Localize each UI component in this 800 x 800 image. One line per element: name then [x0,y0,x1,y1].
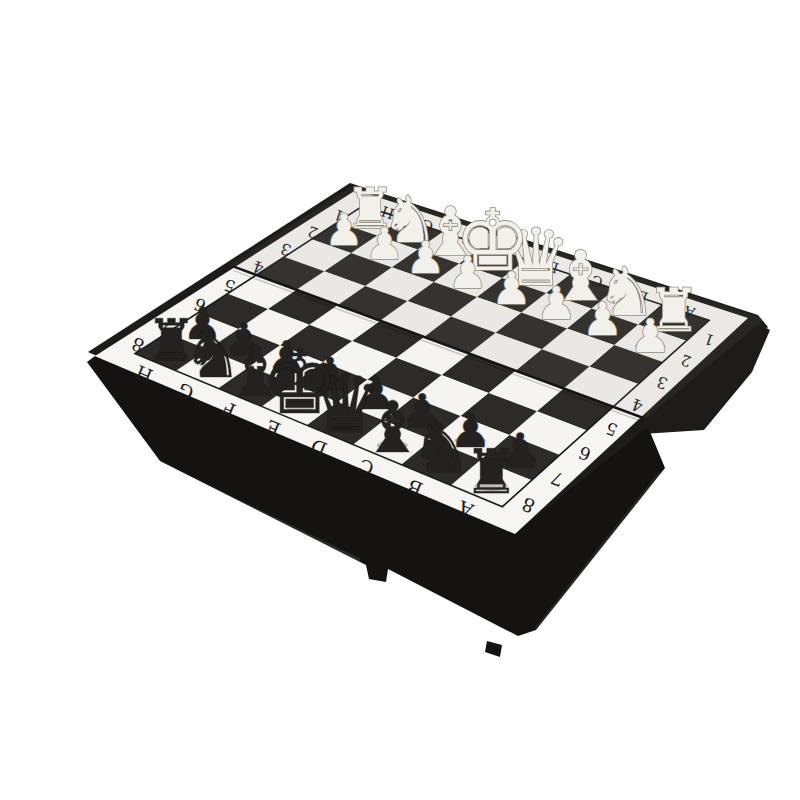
piece-white-pawn-b2: ♟ [582,292,623,346]
piece-black-rook-a8: ♜ [464,436,519,508]
piece-white-pawn-h2: ♟ [325,205,364,255]
piece-white-pawn-g2: ♟ [365,218,404,269]
piece-white-pawn-d2: ♟ [491,262,531,315]
product-photo: AABBCCDDEEFFGGHH1122334455667788♜♞♝♛♚♝♞♜… [0,0,800,800]
piece-white-pawn-c2: ♟ [536,277,577,330]
chess-set-photo: AABBCCDDEEFFGGHH1122334455667788♜♞♝♛♚♝♞♜… [0,0,800,800]
piece-white-pawn-e2: ♟ [448,247,488,298]
latch-tab [485,641,502,657]
piece-black-rook-h8: ♜ [146,307,197,373]
piece-white-pawn-a2: ♟ [629,309,671,363]
piece-white-pawn-f2: ♟ [406,232,446,283]
